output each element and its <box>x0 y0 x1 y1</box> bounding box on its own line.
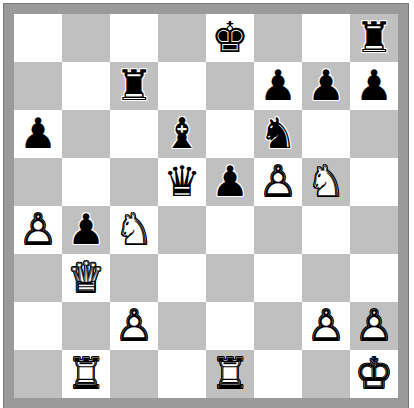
square-e3[interactable] <box>206 254 254 302</box>
piece-white-queen-b3[interactable]: ♛ <box>62 254 110 302</box>
chess-board-frame: ♚♜♜♟♟♟♟♝♞♛♟♟♞♟♟♞♛♟♟♟♜♜♚ <box>4 4 408 408</box>
square-d4[interactable] <box>158 206 206 254</box>
square-a4[interactable]: ♟ <box>14 206 62 254</box>
square-g5[interactable]: ♞ <box>302 158 350 206</box>
square-e8[interactable]: ♚ <box>206 14 254 62</box>
square-e6[interactable] <box>206 110 254 158</box>
square-h5[interactable] <box>350 158 398 206</box>
piece-white-knight-g5[interactable]: ♞ <box>302 158 350 206</box>
square-f2[interactable] <box>254 302 302 350</box>
piece-white-pawn-c2[interactable]: ♟ <box>110 302 158 350</box>
square-h3[interactable] <box>350 254 398 302</box>
square-h7[interactable]: ♟ <box>350 62 398 110</box>
square-d2[interactable] <box>158 302 206 350</box>
square-b7[interactable] <box>62 62 110 110</box>
square-b8[interactable] <box>62 14 110 62</box>
piece-white-pawn-a4[interactable]: ♟ <box>14 206 62 254</box>
square-d3[interactable] <box>158 254 206 302</box>
square-c8[interactable] <box>110 14 158 62</box>
square-e4[interactable] <box>206 206 254 254</box>
square-c4[interactable]: ♞ <box>110 206 158 254</box>
piece-white-knight-c4[interactable]: ♞ <box>110 206 158 254</box>
square-e7[interactable] <box>206 62 254 110</box>
piece-white-rook-e1[interactable]: ♜ <box>206 350 254 398</box>
square-f3[interactable] <box>254 254 302 302</box>
square-f1[interactable] <box>254 350 302 398</box>
piece-black-pawn-e5[interactable]: ♟ <box>206 158 254 206</box>
piece-black-pawn-g7[interactable]: ♟ <box>302 62 350 110</box>
square-c1[interactable] <box>110 350 158 398</box>
chess-board: ♚♜♜♟♟♟♟♝♞♛♟♟♞♟♟♞♛♟♟♟♜♜♚ <box>14 14 398 398</box>
square-c5[interactable] <box>110 158 158 206</box>
square-d1[interactable] <box>158 350 206 398</box>
piece-black-king-e8[interactable]: ♚ <box>206 14 254 62</box>
piece-black-queen-d5[interactable]: ♛ <box>158 158 206 206</box>
square-a3[interactable] <box>14 254 62 302</box>
square-g1[interactable] <box>302 350 350 398</box>
piece-black-rook-h8[interactable]: ♜ <box>350 14 398 62</box>
piece-white-pawn-h2[interactable]: ♟ <box>350 302 398 350</box>
square-e1[interactable]: ♜ <box>206 350 254 398</box>
square-e2[interactable] <box>206 302 254 350</box>
square-g8[interactable] <box>302 14 350 62</box>
square-a8[interactable] <box>14 14 62 62</box>
square-h2[interactable]: ♟ <box>350 302 398 350</box>
square-d5[interactable]: ♛ <box>158 158 206 206</box>
square-h6[interactable] <box>350 110 398 158</box>
piece-black-bishop-d6[interactable]: ♝ <box>158 110 206 158</box>
square-g4[interactable] <box>302 206 350 254</box>
page: ♚♜♜♟♟♟♟♝♞♛♟♟♞♟♟♞♛♟♟♟♜♜♚ <box>0 0 414 408</box>
piece-black-knight-f6[interactable]: ♞ <box>254 110 302 158</box>
square-g2[interactable]: ♟ <box>302 302 350 350</box>
square-e5[interactable]: ♟ <box>206 158 254 206</box>
piece-black-pawn-b4[interactable]: ♟ <box>62 206 110 254</box>
square-a5[interactable] <box>14 158 62 206</box>
piece-white-pawn-f5[interactable]: ♟ <box>254 158 302 206</box>
piece-white-rook-b1[interactable]: ♜ <box>62 350 110 398</box>
square-d6[interactable]: ♝ <box>158 110 206 158</box>
square-a2[interactable] <box>14 302 62 350</box>
piece-black-pawn-h7[interactable]: ♟ <box>350 62 398 110</box>
square-a1[interactable] <box>14 350 62 398</box>
square-f8[interactable] <box>254 14 302 62</box>
square-d8[interactable] <box>158 14 206 62</box>
piece-black-rook-c7[interactable]: ♜ <box>110 62 158 110</box>
square-f6[interactable]: ♞ <box>254 110 302 158</box>
square-b5[interactable] <box>62 158 110 206</box>
piece-white-pawn-g2[interactable]: ♟ <box>302 302 350 350</box>
square-c3[interactable] <box>110 254 158 302</box>
square-b1[interactable]: ♜ <box>62 350 110 398</box>
square-c6[interactable] <box>110 110 158 158</box>
square-c2[interactable]: ♟ <box>110 302 158 350</box>
square-h8[interactable]: ♜ <box>350 14 398 62</box>
square-h4[interactable] <box>350 206 398 254</box>
square-g7[interactable]: ♟ <box>302 62 350 110</box>
square-d7[interactable] <box>158 62 206 110</box>
square-b6[interactable] <box>62 110 110 158</box>
square-b4[interactable]: ♟ <box>62 206 110 254</box>
square-f4[interactable] <box>254 206 302 254</box>
square-a7[interactable] <box>14 62 62 110</box>
square-f5[interactable]: ♟ <box>254 158 302 206</box>
square-a6[interactable]: ♟ <box>14 110 62 158</box>
piece-black-pawn-a6[interactable]: ♟ <box>14 110 62 158</box>
square-h1[interactable]: ♚ <box>350 350 398 398</box>
square-c7[interactable]: ♜ <box>110 62 158 110</box>
square-b2[interactable] <box>62 302 110 350</box>
square-f7[interactable]: ♟ <box>254 62 302 110</box>
piece-white-king-h1[interactable]: ♚ <box>350 350 398 398</box>
square-b3[interactable]: ♛ <box>62 254 110 302</box>
square-g3[interactable] <box>302 254 350 302</box>
piece-black-pawn-f7[interactable]: ♟ <box>254 62 302 110</box>
square-g6[interactable] <box>302 110 350 158</box>
